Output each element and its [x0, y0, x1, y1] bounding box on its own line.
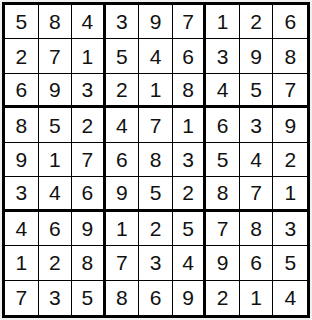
cell-r7c4: 1: [106, 212, 140, 246]
cell-r8c1: 1: [5, 246, 39, 280]
cell-r6c8: 7: [240, 177, 274, 211]
cell-r5c2: 1: [39, 143, 73, 177]
cell-r6c2: 4: [39, 177, 73, 211]
cell-r4c3: 2: [72, 108, 106, 142]
cell-r7c1: 4: [5, 212, 39, 246]
cell-r8c7: 9: [206, 246, 240, 280]
cell-r5c1: 9: [5, 143, 39, 177]
cell-r1c9: 6: [273, 5, 307, 39]
cell-r9c4: 8: [106, 281, 140, 315]
cell-r4c4: 4: [106, 108, 140, 142]
cell-r7c2: 6: [39, 212, 73, 246]
cell-r9c3: 5: [72, 281, 106, 315]
cell-r2c2: 7: [39, 39, 73, 73]
cell-r6c4: 9: [106, 177, 140, 211]
sudoku-board: 5843971262715463986932184578524716399176…: [2, 2, 310, 318]
cell-r4c5: 7: [139, 108, 173, 142]
cell-r7c8: 8: [240, 212, 274, 246]
cell-r1c4: 3: [106, 5, 140, 39]
cell-r2c5: 4: [139, 39, 173, 73]
cell-r4c8: 3: [240, 108, 274, 142]
cell-r5c6: 3: [173, 143, 207, 177]
cell-r6c1: 3: [5, 177, 39, 211]
cell-r6c9: 1: [273, 177, 307, 211]
cell-r8c3: 8: [72, 246, 106, 280]
cell-r3c7: 4: [206, 74, 240, 108]
cell-r3c1: 6: [5, 74, 39, 108]
cell-r1c2: 8: [39, 5, 73, 39]
cell-r2c8: 9: [240, 39, 274, 73]
cell-r4c9: 9: [273, 108, 307, 142]
cell-r7c7: 7: [206, 212, 240, 246]
cell-r2c6: 6: [173, 39, 207, 73]
cell-r7c5: 2: [139, 212, 173, 246]
cell-r3c4: 2: [106, 74, 140, 108]
cell-r9c1: 7: [5, 281, 39, 315]
cell-r9c9: 4: [273, 281, 307, 315]
cell-r8c4: 7: [106, 246, 140, 280]
cell-r2c1: 2: [5, 39, 39, 73]
cell-r1c5: 9: [139, 5, 173, 39]
cell-r8c2: 2: [39, 246, 73, 280]
cell-r7c3: 9: [72, 212, 106, 246]
cell-r2c3: 1: [72, 39, 106, 73]
cell-r1c7: 1: [206, 5, 240, 39]
cell-r6c5: 5: [139, 177, 173, 211]
cell-r2c9: 8: [273, 39, 307, 73]
cell-r8c9: 5: [273, 246, 307, 280]
cell-r5c7: 5: [206, 143, 240, 177]
cell-r3c2: 9: [39, 74, 73, 108]
cell-r3c5: 1: [139, 74, 173, 108]
cell-r4c2: 5: [39, 108, 73, 142]
cell-r4c6: 1: [173, 108, 207, 142]
cell-r5c3: 7: [72, 143, 106, 177]
cell-r5c9: 2: [273, 143, 307, 177]
cell-r8c8: 6: [240, 246, 274, 280]
cell-r4c1: 8: [5, 108, 39, 142]
sudoku-page: { "game": "sudoku", "grid_size": 9, "sta…: [0, 0, 312, 320]
cell-r3c3: 3: [72, 74, 106, 108]
cell-r9c6: 9: [173, 281, 207, 315]
cell-r1c6: 7: [173, 5, 207, 39]
cell-r8c6: 4: [173, 246, 207, 280]
cell-r9c8: 1: [240, 281, 274, 315]
cell-r1c1: 5: [5, 5, 39, 39]
cell-r7c6: 5: [173, 212, 207, 246]
cell-r1c8: 2: [240, 5, 274, 39]
cell-r9c2: 3: [39, 281, 73, 315]
cell-r3c9: 7: [273, 74, 307, 108]
cell-r6c7: 8: [206, 177, 240, 211]
cell-r2c4: 5: [106, 39, 140, 73]
cell-r6c6: 2: [173, 177, 207, 211]
cell-r8c5: 3: [139, 246, 173, 280]
cell-r5c5: 8: [139, 143, 173, 177]
cell-r5c8: 4: [240, 143, 274, 177]
cell-r3c8: 5: [240, 74, 274, 108]
cell-r6c3: 6: [72, 177, 106, 211]
cell-r7c9: 3: [273, 212, 307, 246]
cell-r1c3: 4: [72, 5, 106, 39]
cell-r3c6: 8: [173, 74, 207, 108]
cell-r9c7: 2: [206, 281, 240, 315]
cell-r4c7: 6: [206, 108, 240, 142]
cell-r2c7: 3: [206, 39, 240, 73]
cell-r9c5: 6: [139, 281, 173, 315]
cell-r5c4: 6: [106, 143, 140, 177]
